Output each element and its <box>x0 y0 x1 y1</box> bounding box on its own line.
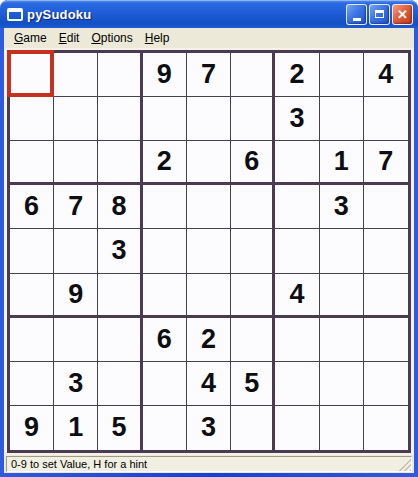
cell-r3c2[interactable] <box>54 141 98 185</box>
cell-r2c3[interactable] <box>98 97 142 141</box>
cell-r3c5[interactable] <box>187 141 231 185</box>
cell-r8c5[interactable]: 4 <box>187 362 231 406</box>
cell-r3c3[interactable] <box>98 141 142 185</box>
cell-r4c7[interactable] <box>275 185 319 229</box>
menu-item-options[interactable]: Options <box>85 29 138 47</box>
close-button[interactable]: ✕ <box>392 4 413 25</box>
cell-r3c8[interactable]: 1 <box>320 141 364 185</box>
cell-r1c9[interactable]: 4 <box>364 53 408 97</box>
cell-r7c3[interactable] <box>98 318 142 362</box>
menu-bar: Game Edit Options Help <box>4 28 414 48</box>
cell-r9c9[interactable] <box>364 406 408 450</box>
cell-r7c5[interactable]: 2 <box>187 318 231 362</box>
cell-r8c9[interactable] <box>364 362 408 406</box>
cell-r1c8[interactable] <box>320 53 364 97</box>
cell-r7c7[interactable] <box>275 318 319 362</box>
cell-r8c6[interactable]: 5 <box>231 362 275 406</box>
cell-r6c2[interactable]: 9 <box>54 274 98 318</box>
cell-r9c4[interactable] <box>143 406 187 450</box>
cell-r9c6[interactable] <box>231 406 275 450</box>
cell-r9c2[interactable]: 1 <box>54 406 98 450</box>
menu-item-edit[interactable]: Edit <box>53 29 86 47</box>
client-area: Game Edit Options Help 97243261767833946… <box>4 28 414 473</box>
cell-r9c1[interactable]: 9 <box>10 406 54 450</box>
menu-item-help[interactable]: Help <box>139 29 176 47</box>
cell-r9c8[interactable] <box>320 406 364 450</box>
cell-r6c3[interactable] <box>98 274 142 318</box>
cell-r7c2[interactable] <box>54 318 98 362</box>
cell-r8c1[interactable] <box>10 362 54 406</box>
cell-r6c7[interactable]: 4 <box>275 274 319 318</box>
cell-r1c4[interactable]: 9 <box>143 53 187 97</box>
cell-r1c5[interactable]: 7 <box>187 53 231 97</box>
cell-r3c9[interactable]: 7 <box>364 141 408 185</box>
cell-r7c4[interactable]: 6 <box>143 318 187 362</box>
cell-r2c9[interactable] <box>364 97 408 141</box>
cell-r3c1[interactable] <box>10 141 54 185</box>
cell-r5c6[interactable] <box>231 229 275 273</box>
cell-r3c7[interactable] <box>275 141 319 185</box>
cell-r2c5[interactable] <box>187 97 231 141</box>
cell-r6c5[interactable] <box>187 274 231 318</box>
cell-r8c8[interactable] <box>320 362 364 406</box>
cell-r9c3[interactable]: 5 <box>98 406 142 450</box>
cell-r5c2[interactable] <box>54 229 98 273</box>
cell-r6c8[interactable] <box>320 274 364 318</box>
cell-r1c2[interactable] <box>54 53 98 97</box>
cell-r6c6[interactable] <box>231 274 275 318</box>
cell-r3c4[interactable]: 2 <box>143 141 187 185</box>
cell-r3c6[interactable]: 6 <box>231 141 275 185</box>
sudoku-board: 9724326176783394623459153 <box>7 50 411 453</box>
title-bar[interactable]: pySudoku ✕ <box>0 0 418 28</box>
resize-grip-icon[interactable] <box>398 458 411 471</box>
cell-r4c2[interactable]: 7 <box>54 185 98 229</box>
cell-r5c4[interactable] <box>143 229 187 273</box>
app-window-icon <box>7 8 23 21</box>
app-window: pySudoku ✕ Game Edit Options Help 972432… <box>0 0 418 477</box>
cell-r6c9[interactable] <box>364 274 408 318</box>
status-field: 0-9 to set Value, H for a hint <box>6 456 412 472</box>
status-text: 0-9 to set Value, H for a hint <box>11 458 147 470</box>
cell-r8c2[interactable]: 3 <box>54 362 98 406</box>
cell-r6c1[interactable] <box>10 274 54 318</box>
cell-r9c7[interactable] <box>275 406 319 450</box>
window-title: pySudoku <box>27 7 344 22</box>
cell-r4c9[interactable] <box>364 185 408 229</box>
cell-r2c7[interactable]: 3 <box>275 97 319 141</box>
cell-r1c1[interactable] <box>10 53 54 97</box>
maximize-icon <box>375 10 384 18</box>
cell-r7c9[interactable] <box>364 318 408 362</box>
cell-r1c7[interactable]: 2 <box>275 53 319 97</box>
minimize-icon <box>353 18 361 21</box>
cell-r8c3[interactable] <box>98 362 142 406</box>
cell-r1c6[interactable] <box>231 53 275 97</box>
cell-r6c4[interactable] <box>143 274 187 318</box>
close-icon: ✕ <box>397 8 408 21</box>
cell-r5c3[interactable]: 3 <box>98 229 142 273</box>
board-area: 9724326176783394623459153 <box>4 48 414 455</box>
status-bar: 0-9 to set Value, H for a hint <box>4 455 414 473</box>
cell-r7c8[interactable] <box>320 318 364 362</box>
cell-r2c6[interactable] <box>231 97 275 141</box>
cell-r4c4[interactable] <box>143 185 187 229</box>
cell-r2c2[interactable] <box>54 97 98 141</box>
cell-r7c6[interactable] <box>231 318 275 362</box>
cell-r2c1[interactable] <box>10 97 54 141</box>
cell-r8c4[interactable] <box>143 362 187 406</box>
cell-r4c1[interactable]: 6 <box>10 185 54 229</box>
cell-r7c1[interactable] <box>10 318 54 362</box>
menu-item-game[interactable]: Game <box>8 29 53 47</box>
cell-r5c9[interactable] <box>364 229 408 273</box>
cell-r1c3[interactable] <box>98 53 142 97</box>
cell-r8c7[interactable] <box>275 362 319 406</box>
cell-r9c5[interactable]: 3 <box>187 406 231 450</box>
cell-r5c8[interactable] <box>320 229 364 273</box>
minimize-button[interactable] <box>346 4 367 25</box>
cell-r5c5[interactable] <box>187 229 231 273</box>
cell-r4c3[interactable]: 8 <box>98 185 142 229</box>
cell-r2c8[interactable] <box>320 97 364 141</box>
cell-r4c5[interactable] <box>187 185 231 229</box>
cell-r5c1[interactable] <box>10 229 54 273</box>
cell-r2c4[interactable] <box>143 97 187 141</box>
cell-r4c6[interactable] <box>231 185 275 229</box>
maximize-button[interactable] <box>369 4 390 25</box>
cell-r4c8[interactable]: 3 <box>320 185 364 229</box>
cell-r5c7[interactable] <box>275 229 319 273</box>
